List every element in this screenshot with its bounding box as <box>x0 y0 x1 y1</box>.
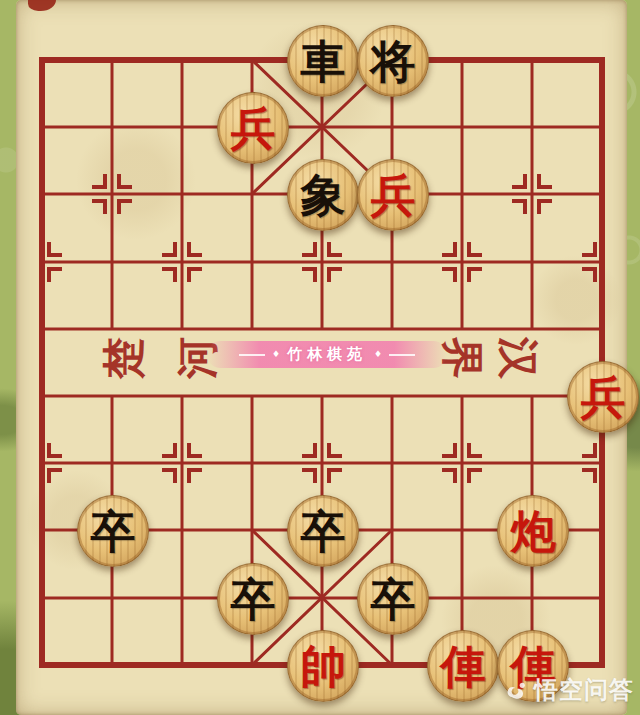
banner-text: 竹林棋苑 <box>287 345 367 364</box>
piece-black-soldier[interactable]: 卒 <box>357 563 429 635</box>
banner-diamond-icon: ♦ <box>374 350 382 359</box>
piece-red-soldier[interactable]: 兵 <box>567 361 639 433</box>
piece-black-chariot[interactable]: 車 <box>287 25 359 97</box>
piece-black-soldier[interactable]: 卒 <box>77 495 149 567</box>
piece-black-soldier[interactable]: 卒 <box>217 563 289 635</box>
piece-red-soldier[interactable]: 兵 <box>357 159 429 231</box>
wukong-curl-logo-icon <box>503 676 531 704</box>
site-watermark: 悟空问答 <box>503 674 634 706</box>
piece-black-soldier[interactable]: 卒 <box>287 495 359 567</box>
piece-red-general[interactable]: 帥 <box>287 630 359 702</box>
piece-red-chariot[interactable]: 俥 <box>427 630 499 702</box>
river-character: 楚 <box>98 334 150 382</box>
piece-black-general[interactable]: 将 <box>357 25 429 97</box>
site-watermark-text: 悟空问答 <box>534 674 634 706</box>
river-character: 汉 <box>492 334 544 382</box>
piece-black-elephant[interactable]: 象 <box>287 159 359 231</box>
banner-line <box>239 354 265 356</box>
banner-diamond-icon: ♦ <box>272 350 280 359</box>
piece-red-cannon[interactable]: 炮 <box>497 495 569 567</box>
river-label-chu-he: 楚河 <box>100 332 222 384</box>
banner-line <box>389 354 415 356</box>
river-label-han-jie: 界汉 <box>438 332 542 384</box>
river-banner: ♦ 竹林棋苑 ♦ <box>207 341 447 368</box>
piece-red-soldier[interactable]: 兵 <box>217 92 289 164</box>
